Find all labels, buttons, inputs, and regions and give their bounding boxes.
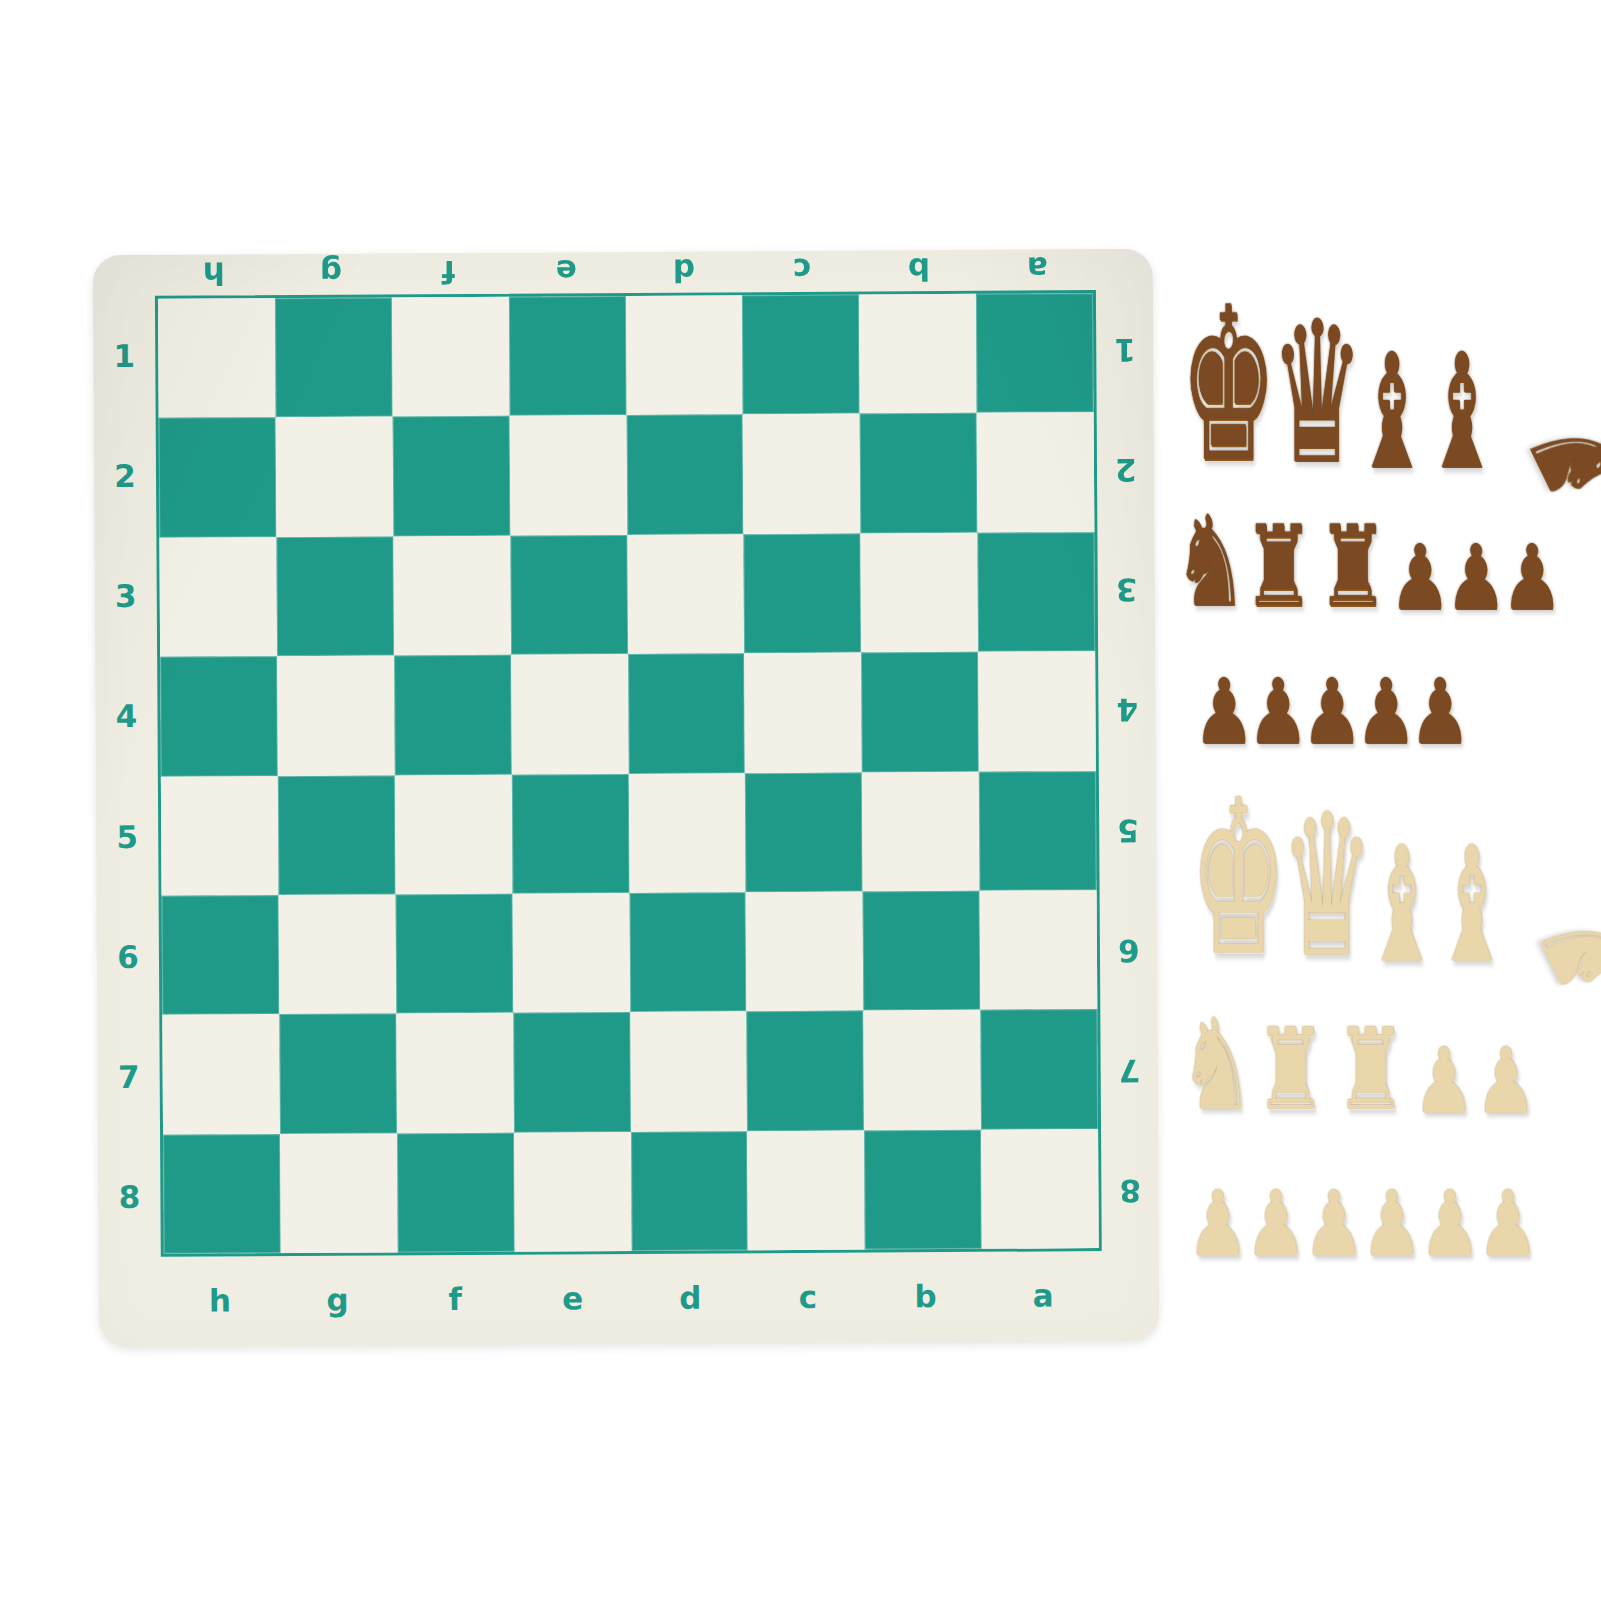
square-c5 [745, 772, 863, 892]
square-h3 [159, 537, 277, 657]
square-f8 [397, 1132, 515, 1252]
rank-label-left-6: 6 [117, 939, 139, 975]
file-label-bottom-d: d [679, 1280, 701, 1316]
file-label-top-e: e [556, 253, 577, 289]
square-d7 [630, 1012, 748, 1132]
rank-label-left-1: 1 [113, 338, 135, 374]
light-pawn-piece: ♟ [1245, 1179, 1291, 1269]
tray-row-3-dark: ♟♟♟♟♟ [1168, 661, 1600, 756]
square-f4 [394, 655, 512, 775]
file-label-bottom-a: a [1033, 1277, 1054, 1313]
light-knight-piece: ♞ [1179, 1002, 1235, 1127]
square-d1 [625, 295, 743, 415]
square-e3 [510, 535, 628, 655]
light-knight-piece: ♞ [1517, 885, 1601, 1018]
square-f5 [395, 774, 513, 894]
square-g4 [277, 656, 395, 776]
dark-pawn-piece: ♟ [1409, 667, 1455, 757]
square-e2 [509, 415, 627, 535]
square-b8 [864, 1129, 982, 1249]
light-pawn-piece: ♟ [1187, 1179, 1233, 1269]
dark-bishop-piece: ♝ [1424, 332, 1473, 491]
file-labels-bottom: hgfedcba [161, 1251, 1103, 1345]
square-a7 [980, 1009, 1098, 1129]
square-b4 [861, 652, 979, 772]
square-g3 [276, 536, 394, 656]
tray-row-5-light: ♞♜♜♟♟ [1168, 1005, 1600, 1125]
square-f3 [393, 535, 511, 655]
rank-label-left-4: 4 [116, 698, 138, 734]
square-c3 [744, 533, 862, 653]
square-c7 [747, 1011, 865, 1131]
file-label-top-a: a [1026, 250, 1047, 286]
dark-queen-piece: ♛ [1270, 295, 1329, 491]
square-e4 [511, 654, 629, 774]
light-pawn-piece: ♟ [1477, 1179, 1523, 1269]
square-c1 [742, 295, 860, 415]
chess-board [155, 290, 1102, 1257]
square-b6 [863, 891, 981, 1011]
square-e1 [509, 296, 627, 416]
file-label-bottom-g: g [326, 1282, 348, 1318]
square-b5 [862, 771, 980, 891]
square-f2 [392, 416, 510, 536]
square-d6 [629, 892, 747, 1012]
rank-label-left-7: 7 [118, 1059, 140, 1095]
dark-knight-piece: ♞ [1173, 499, 1229, 624]
square-b3 [861, 533, 979, 653]
square-d2 [626, 415, 744, 535]
rank-label-right-7: 7 [1118, 1053, 1140, 1089]
rank-label-right-4: 4 [1116, 692, 1138, 728]
square-g6 [278, 894, 396, 1014]
rank-label-left-2: 2 [114, 458, 136, 494]
square-d3 [627, 534, 745, 654]
square-d5 [628, 773, 746, 893]
dark-pawn-piece: ♟ [1389, 533, 1435, 623]
rank-label-right-1: 1 [1114, 332, 1136, 368]
file-label-bottom-b: b [914, 1278, 936, 1314]
square-b2 [860, 413, 978, 533]
dark-rook-piece: ♜ [1242, 511, 1304, 623]
square-e5 [511, 773, 629, 893]
square-h4 [160, 656, 278, 776]
square-b7 [864, 1010, 982, 1130]
tray-row-6-light: ♟♟♟♟♟♟ [1168, 1173, 1600, 1268]
piece-tray: ♚♛♝♝♞♞♜♜♟♟♟♟♟♟♟♟♚♛♝♝♞♞♜♜♟♟♟♟♟♟♟♟ [1168, 282, 1600, 1268]
square-f6 [395, 894, 513, 1014]
dark-rook-piece: ♜ [1316, 511, 1378, 623]
square-c4 [744, 653, 862, 773]
light-pawn-piece: ♟ [1361, 1179, 1407, 1269]
light-king-piece: ♚ [1190, 772, 1252, 985]
square-c8 [747, 1130, 865, 1250]
square-e7 [513, 1012, 631, 1132]
square-e8 [514, 1132, 632, 1252]
square-e6 [512, 893, 630, 1013]
square-c6 [746, 891, 864, 1011]
file-label-bottom-f: f [448, 1281, 462, 1317]
file-label-bottom-c: c [799, 1279, 818, 1315]
square-c2 [743, 414, 861, 534]
rank-label-right-2: 2 [1115, 452, 1137, 488]
light-bishop-piece: ♝ [1364, 825, 1413, 984]
file-labels-top: hgfedcba [155, 247, 1096, 295]
light-bishop-piece: ♝ [1434, 825, 1483, 984]
rank-labels-right: 12345678 [1096, 290, 1159, 1251]
square-h8 [163, 1134, 281, 1254]
dark-pawn-piece: ♟ [1247, 667, 1293, 757]
square-a1 [976, 293, 1094, 413]
dark-pawn-piece: ♟ [1355, 667, 1401, 757]
light-rook-piece: ♜ [1254, 1014, 1316, 1126]
square-h7 [162, 1014, 280, 1134]
square-h1 [158, 298, 276, 418]
rank-label-right-6: 6 [1118, 933, 1140, 969]
light-pawn-piece: ♟ [1303, 1179, 1349, 1269]
light-queen-piece: ♛ [1280, 788, 1339, 984]
tray-row-1-dark: ♚♛♝♝♞ [1168, 282, 1600, 487]
file-label-top-b: b [908, 251, 930, 287]
square-g1 [275, 297, 393, 417]
light-pawn-piece: ♟ [1413, 1036, 1459, 1126]
file-label-bottom-e: e [562, 1280, 583, 1316]
square-g7 [279, 1014, 397, 1134]
square-d4 [628, 653, 746, 773]
file-label-top-d: d [673, 253, 695, 289]
square-b1 [859, 294, 977, 414]
square-a3 [978, 532, 1096, 652]
tray-row-4-light: ♚♛♝♝♞ [1168, 785, 1600, 980]
dark-pawn-piece: ♟ [1445, 533, 1491, 623]
square-a5 [979, 771, 1097, 891]
dark-pawn-piece: ♟ [1193, 667, 1239, 757]
square-d8 [631, 1131, 749, 1251]
light-rook-piece: ♜ [1334, 1014, 1396, 1126]
dark-king-piece: ♚ [1180, 279, 1242, 492]
rank-label-left-5: 5 [116, 819, 138, 855]
rank-label-right-8: 8 [1119, 1173, 1141, 1209]
dark-bishop-piece: ♝ [1354, 332, 1403, 491]
square-h6 [162, 895, 280, 1015]
square-a6 [980, 890, 1098, 1010]
square-h2 [159, 418, 277, 538]
file-label-top-f: f [442, 254, 456, 290]
rank-label-left-3: 3 [115, 578, 137, 614]
light-pawn-piece: ♟ [1475, 1036, 1521, 1126]
square-g8 [280, 1133, 398, 1253]
file-label-top-g: g [320, 255, 342, 291]
product-photo: hgfedcba 12345678 12345678 hgfedcba ♚♛♝♝… [0, 0, 1601, 1601]
rank-label-right-3: 3 [1115, 572, 1137, 608]
square-a4 [978, 651, 1096, 771]
file-label-top-c: c [792, 252, 811, 288]
square-f1 [392, 297, 510, 417]
rank-label-left-8: 8 [119, 1179, 141, 1215]
square-a2 [977, 413, 1095, 533]
rank-label-right-5: 5 [1117, 812, 1139, 848]
square-a8 [981, 1129, 1099, 1249]
dark-pawn-piece: ♟ [1301, 667, 1347, 757]
file-label-bottom-h: h [209, 1282, 231, 1318]
square-g5 [278, 775, 396, 895]
file-label-top-h: h [202, 255, 224, 291]
dark-pawn-piece: ♟ [1501, 533, 1547, 623]
square-h5 [161, 776, 279, 896]
square-g2 [276, 417, 394, 537]
light-pawn-piece: ♟ [1419, 1179, 1465, 1269]
chess-board-mat: hgfedcba 12345678 12345678 hgfedcba [93, 249, 1160, 1347]
square-f7 [396, 1013, 514, 1133]
rank-labels-left: 12345678 [93, 296, 161, 1257]
